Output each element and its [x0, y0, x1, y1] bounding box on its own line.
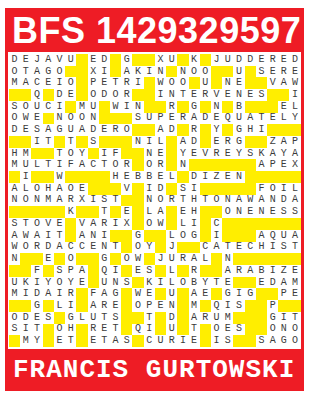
grid-cell: [9, 171, 20, 183]
grid-cell: O: [65, 148, 76, 160]
grid-cell: S: [43, 312, 54, 324]
grid-cell: D: [31, 288, 42, 300]
grid-cell: I: [278, 312, 289, 324]
grid-cell: E: [76, 183, 87, 195]
grid-cell: W: [155, 77, 166, 89]
grid-cell: [166, 183, 177, 195]
grid-cell: A: [20, 77, 31, 89]
grid-cell: N: [9, 195, 20, 207]
grid-cell: A: [267, 335, 278, 347]
grid-cell: X: [88, 66, 99, 78]
grid-cell: [245, 66, 256, 78]
grid-cell: [121, 113, 132, 125]
grid-cell: [43, 265, 54, 277]
grid-cell: [121, 265, 132, 277]
grid-cell: [132, 195, 143, 207]
grid-cell: [20, 89, 31, 101]
grid-cell: E: [88, 242, 99, 254]
grid-cell: B: [132, 171, 143, 183]
grid-cell: [9, 335, 20, 347]
grid-cell: O: [9, 66, 20, 78]
grid-cell: I: [88, 195, 99, 207]
grid-cell: B: [144, 171, 155, 183]
grid-cell: B: [189, 277, 200, 289]
grid-cell: N: [278, 324, 289, 336]
grid-cell: [256, 77, 267, 89]
grid-cell: I: [65, 300, 76, 312]
grid-cell: D: [200, 113, 211, 125]
grid-cell: T: [99, 159, 110, 171]
grid-cell: X: [76, 195, 87, 207]
grid-cell: Y: [289, 113, 300, 125]
grid-cell: D: [166, 124, 177, 136]
grid-cell: O: [177, 230, 188, 242]
grid-cell: A: [278, 77, 289, 89]
grid-cell: A: [256, 195, 267, 207]
grid-cell: O: [200, 66, 211, 78]
grid-cell: [20, 300, 31, 312]
grid-cell: [9, 136, 20, 148]
grid-cell: [99, 113, 110, 125]
grid-cell: N: [99, 242, 110, 254]
grid-cell: [121, 136, 132, 148]
grid-cell: A: [155, 124, 166, 136]
grid-cell: Y: [76, 148, 87, 160]
grid-cell: L: [166, 265, 177, 277]
grid-cell: O: [155, 195, 166, 207]
grid-cell: O: [31, 183, 42, 195]
grid-cell: O: [110, 89, 121, 101]
grid-cell: S: [110, 312, 121, 324]
grid-cell: G: [245, 288, 256, 300]
grid-cell: R: [200, 89, 211, 101]
grid-cell: D: [233, 54, 244, 66]
grid-cell: H: [9, 148, 20, 160]
grid-cell: [76, 335, 87, 347]
grid-cell: N: [222, 77, 233, 89]
grid-cell: T: [99, 312, 110, 324]
grid-cell: N: [31, 195, 42, 207]
grid-cell: [110, 230, 121, 242]
grid-cell: [267, 101, 278, 113]
grid-cell: [155, 230, 166, 242]
grid-cell: W: [132, 253, 143, 265]
grid-cell: N: [132, 101, 143, 113]
grid-cell: E: [200, 288, 211, 300]
grid-cell: [245, 218, 256, 230]
grid-cell: [200, 159, 211, 171]
grid-cell: [76, 171, 87, 183]
grid-cell: [121, 230, 132, 242]
grid-cell: S: [9, 324, 20, 336]
grid-cell: S: [9, 218, 20, 230]
grid-cell: H: [110, 171, 121, 183]
grid-cell: O: [65, 183, 76, 195]
grid-cell: U: [233, 113, 244, 125]
grid-cell: [278, 300, 289, 312]
grid-cell: [200, 324, 211, 336]
grid-cell: [211, 206, 222, 218]
grid-cell: R: [233, 265, 244, 277]
grid-cell: P: [278, 288, 289, 300]
grid-cell: [65, 171, 76, 183]
grid-cell: E: [76, 277, 87, 289]
grid-cell: E: [99, 324, 110, 336]
grid-cell: [88, 265, 99, 277]
grid-cell: [233, 253, 244, 265]
grid-cell: [121, 195, 132, 207]
grid-cell: N: [222, 195, 233, 207]
grid-cell: S: [256, 66, 267, 78]
grid-cell: U: [166, 324, 177, 336]
grid-cell: [144, 54, 155, 66]
grid-cell: R: [166, 195, 177, 207]
grid-cell: F: [110, 148, 121, 160]
grid-cell: [31, 206, 42, 218]
grid-cell: E: [289, 288, 300, 300]
grid-cell: [54, 206, 65, 218]
grid-cell: F: [31, 265, 42, 277]
grid-cell: E: [43, 77, 54, 89]
grid-cell: O: [121, 124, 132, 136]
grid-cell: [132, 335, 143, 347]
grid-cell: C: [211, 218, 222, 230]
grid-cell: [278, 171, 289, 183]
grid-cell: R: [189, 124, 200, 136]
grid-cell: [222, 183, 233, 195]
grid-cell: [189, 159, 200, 171]
grid-cell: T: [99, 206, 110, 218]
grid-cell: [99, 136, 110, 148]
grid-cell: N: [256, 206, 267, 218]
grid-cell: [121, 312, 132, 324]
grid-cell: O: [177, 77, 188, 89]
grid-cell: N: [155, 66, 166, 78]
grid-cell: [88, 171, 99, 183]
grid-cell: [88, 206, 99, 218]
grid-cell: U: [166, 288, 177, 300]
grid-cell: S: [256, 89, 267, 101]
grid-cell: [20, 206, 31, 218]
grid-cell: A: [88, 218, 99, 230]
grid-cell: H: [189, 206, 200, 218]
grid-cell: N: [233, 171, 244, 183]
grid-cell: [31, 171, 42, 183]
grid-cell: [245, 159, 256, 171]
grid-cell: L: [31, 159, 42, 171]
grid-cell: I: [54, 288, 65, 300]
grid-cell: O: [132, 300, 143, 312]
grid-cell: [256, 171, 267, 183]
grid-cell: J: [31, 54, 42, 66]
grid-cell: [278, 218, 289, 230]
grid-cell: Y: [211, 124, 222, 136]
grid-cell: [245, 300, 256, 312]
grid-cell: I: [99, 148, 110, 160]
grid-cell: [43, 206, 54, 218]
puzzle-panel: DEJAVUEDGXUKJUDDEREDOTAGOXIAKINNOOUSEREM…: [8, 52, 301, 349]
grid-cell: [88, 183, 99, 195]
grid-cell: U: [166, 253, 177, 265]
grid-cell: [166, 218, 177, 230]
grid-cell: [155, 312, 166, 324]
grid-cell: M: [222, 312, 233, 324]
grid-cell: [155, 324, 166, 336]
grid-cell: [245, 312, 256, 324]
grid-cell: [200, 136, 211, 148]
grid-cell: E: [20, 124, 31, 136]
grid-cell: X: [289, 159, 300, 171]
grid-cell: S: [88, 136, 99, 148]
grid-cell: I: [31, 277, 42, 289]
grid-cell: N: [144, 148, 155, 160]
grid-cell: A: [31, 66, 42, 78]
grid-cell: [43, 89, 54, 101]
grid-cell: [76, 206, 87, 218]
grid-cell: N: [9, 253, 20, 265]
grid-cell: [200, 230, 211, 242]
puzzle-grid: DEJAVUEDGXUKJUDDEREDOTAGOXIAKINNOOUSEREM…: [9, 54, 301, 347]
grid-cell: S: [222, 335, 233, 347]
grid-cell: [132, 312, 143, 324]
grid-cell: N: [177, 66, 188, 78]
grid-cell: K: [256, 148, 267, 160]
grid-cell: Q: [31, 89, 42, 101]
grid-cell: E: [88, 335, 99, 347]
grid-cell: D: [267, 277, 278, 289]
grid-cell: C: [245, 242, 256, 254]
grid-cell: S: [9, 101, 20, 113]
grid-cell: G: [233, 124, 244, 136]
grid-cell: A: [278, 277, 289, 289]
grid-cell: N: [222, 253, 233, 265]
grid-cell: [200, 124, 211, 136]
grid-cell: [200, 335, 211, 347]
grid-cell: H: [256, 242, 267, 254]
grid-cell: [132, 218, 143, 230]
grid-cell: P: [289, 136, 300, 148]
grid-cell: N: [144, 195, 155, 207]
grid-cell: V: [211, 89, 222, 101]
grid-cell: W: [110, 101, 121, 113]
grid-cell: [267, 124, 278, 136]
grid-cell: [200, 265, 211, 277]
grid-cell: P: [267, 159, 278, 171]
grid-cell: W: [20, 113, 31, 125]
grid-cell: I: [256, 124, 267, 136]
grid-cell: [31, 148, 42, 160]
grid-cell: [177, 54, 188, 66]
grid-cell: A: [256, 159, 267, 171]
grid-cell: [110, 183, 121, 195]
grid-cell: J: [211, 54, 222, 66]
grid-cell: P: [267, 300, 278, 312]
grid-cell: A: [256, 230, 267, 242]
grid-cell: T: [43, 136, 54, 148]
grid-cell: T: [110, 324, 121, 336]
grid-cell: I: [211, 335, 222, 347]
grid-cell: U: [31, 101, 42, 113]
grid-cell: [189, 77, 200, 89]
grid-cell: Y: [200, 277, 211, 289]
grid-cell: H: [43, 183, 54, 195]
grid-cell: [132, 183, 143, 195]
grid-cell: Y: [177, 148, 188, 160]
grid-cell: [76, 324, 87, 336]
grid-cell: N: [211, 101, 222, 113]
grid-cell: O: [88, 89, 99, 101]
grid-cell: O: [65, 113, 76, 125]
grid-cell: T: [200, 195, 211, 207]
grid-cell: [267, 89, 278, 101]
grid-cell: E: [31, 113, 42, 125]
grid-cell: Q: [211, 300, 222, 312]
grid-cell: V: [76, 218, 87, 230]
grid-cell: [177, 312, 188, 324]
grid-cell: T: [110, 242, 121, 254]
grid-cell: E: [256, 277, 267, 289]
grid-cell: L: [166, 230, 177, 242]
grid-cell: [278, 124, 289, 136]
grid-cell: [177, 171, 188, 183]
grid-cell: E: [289, 66, 300, 78]
grid-cell: I: [99, 66, 110, 78]
grid-cell: X: [155, 54, 166, 66]
grid-cell: T: [177, 89, 188, 101]
grid-cell: E: [267, 206, 278, 218]
grid-cell: L: [166, 171, 177, 183]
grid-cell: I: [20, 288, 31, 300]
grid-cell: S: [132, 113, 143, 125]
grid-cell: Q: [99, 265, 110, 277]
grid-cell: [200, 183, 211, 195]
grid-cell: T: [177, 195, 188, 207]
grid-cell: G: [54, 124, 65, 136]
grid-cell: [233, 218, 244, 230]
grid-cell: [289, 218, 300, 230]
grid-cell: [144, 230, 155, 242]
grid-cell: T: [43, 159, 54, 171]
grid-cell: U: [88, 312, 99, 324]
grid-cell: G: [267, 312, 278, 324]
grid-cell: I: [121, 101, 132, 113]
grid-cell: E: [110, 300, 121, 312]
grid-cell: I: [200, 171, 211, 183]
grid-cell: I: [144, 66, 155, 78]
grid-cell: U: [200, 77, 211, 89]
grid-cell: A: [278, 136, 289, 148]
grid-cell: U: [99, 277, 110, 289]
grid-cell: E: [121, 171, 132, 183]
grid-cell: T: [289, 242, 300, 254]
grid-cell: I: [189, 218, 200, 230]
grid-cell: Q: [222, 113, 233, 125]
grid-cell: Z: [211, 171, 222, 183]
grid-cell: D: [9, 124, 20, 136]
grid-cell: O: [267, 324, 278, 336]
grid-cell: O: [132, 242, 143, 254]
grid-cell: D: [155, 183, 166, 195]
grid-cell: R: [166, 335, 177, 347]
grid-cell: U: [65, 124, 76, 136]
grid-cell: D: [9, 54, 20, 66]
grid-cell: L: [289, 101, 300, 113]
grid-cell: O: [144, 218, 155, 230]
grid-cell: A: [88, 300, 99, 312]
grid-cell: A: [155, 206, 166, 218]
grid-cell: C: [88, 159, 99, 171]
grid-cell: [76, 66, 87, 78]
grid-cell: O: [121, 253, 132, 265]
grid-cell: [245, 171, 256, 183]
grid-cell: A: [177, 136, 188, 148]
grid-cell: C: [144, 335, 155, 347]
grid-cell: I: [20, 171, 31, 183]
grid-cell: D: [245, 54, 256, 66]
grid-cell: S: [245, 148, 256, 160]
grid-cell: I: [233, 288, 244, 300]
grid-cell: N: [233, 206, 244, 218]
grid-cell: O: [31, 218, 42, 230]
grid-cell: O: [211, 195, 222, 207]
grid-cell: [132, 124, 143, 136]
grid-cell: I: [177, 335, 188, 347]
grid-cell: S: [144, 265, 155, 277]
grid-cell: L: [20, 183, 31, 195]
grid-cell: [200, 54, 211, 66]
grid-cell: G: [189, 101, 200, 113]
grid-cell: E: [222, 171, 233, 183]
grid-cell: [155, 265, 166, 277]
grid-cell: R: [211, 148, 222, 160]
grid-cell: U: [278, 230, 289, 242]
grid-cell: Y: [43, 277, 54, 289]
grid-cell: S: [121, 335, 132, 347]
grid-cell: [177, 300, 188, 312]
grid-cell: E: [20, 54, 31, 66]
grid-cell: [43, 171, 54, 183]
grid-cell: [233, 277, 244, 289]
grid-cell: E: [88, 54, 99, 66]
grid-cell: A: [43, 54, 54, 66]
grid-cell: [211, 66, 222, 78]
grid-cell: F: [256, 183, 267, 195]
grid-cell: S: [278, 242, 289, 254]
grid-cell: [20, 253, 31, 265]
grid-cell: U: [144, 113, 155, 125]
grid-cell: O: [189, 66, 200, 78]
grid-cell: G: [31, 300, 42, 312]
grid-cell: [256, 136, 267, 148]
grid-cell: M: [289, 277, 300, 289]
grid-cell: O: [20, 101, 31, 113]
grid-cell: O: [9, 113, 20, 125]
grid-cell: [76, 300, 87, 312]
grid-cell: C: [200, 242, 211, 254]
grid-cell: H: [245, 124, 256, 136]
grid-cell: [233, 183, 244, 195]
grid-cell: E: [189, 89, 200, 101]
grid-cell: [76, 288, 87, 300]
grid-cell: [222, 66, 233, 78]
grid-cell: E: [245, 206, 256, 218]
grid-cell: R: [31, 242, 42, 254]
grid-cell: U: [222, 54, 233, 66]
grid-cell: D: [289, 54, 300, 66]
grid-cell: A: [267, 148, 278, 160]
grid-cell: K: [65, 206, 76, 218]
grid-cell: I: [189, 183, 200, 195]
